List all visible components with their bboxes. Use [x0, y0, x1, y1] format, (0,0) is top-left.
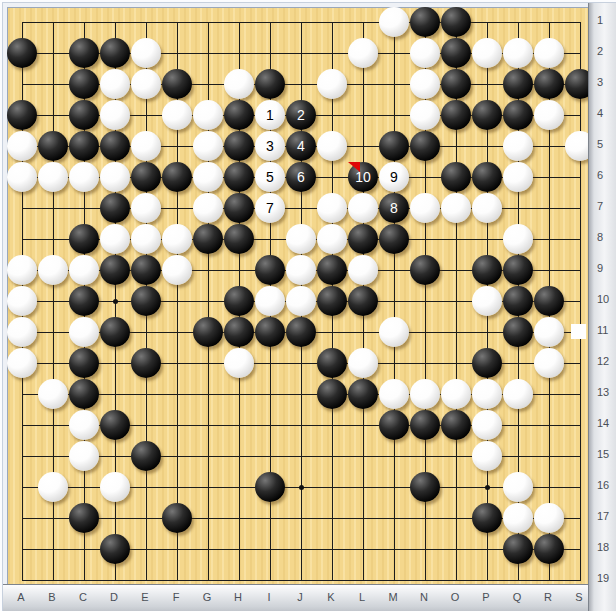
stone-black[interactable] [410, 7, 440, 37]
row-label: 15 [597, 448, 616, 462]
stone-black[interactable] [69, 69, 99, 99]
stone-black[interactable] [441, 100, 471, 130]
stone-black[interactable] [69, 224, 99, 254]
row-label: 7 [597, 200, 616, 214]
stone-white[interactable] [410, 100, 440, 130]
stone-white[interactable] [472, 410, 502, 440]
stone-white[interactable] [534, 317, 564, 347]
move-number-label: 2 [297, 108, 305, 122]
stone-white[interactable] [69, 317, 99, 347]
stone-black[interactable] [534, 69, 564, 99]
stone-black[interactable] [69, 503, 99, 533]
stone-black[interactable]: 4 [286, 131, 316, 161]
stone-black[interactable] [472, 503, 502, 533]
stone-white[interactable] [162, 100, 192, 130]
stone-white[interactable] [472, 441, 502, 471]
column-label: P [476, 591, 496, 603]
stone-white[interactable]: 9 [379, 162, 409, 192]
stone-black[interactable] [410, 410, 440, 440]
stone-black[interactable] [410, 255, 440, 285]
white-square-marker [571, 324, 586, 339]
last-move-triangle-marker [348, 162, 360, 172]
column-label: C [73, 591, 93, 603]
stone-black[interactable] [410, 131, 440, 161]
stone-white[interactable] [7, 317, 37, 347]
stone-white[interactable] [7, 131, 37, 161]
stone-white[interactable] [379, 379, 409, 409]
stone-black[interactable] [193, 224, 223, 254]
stone-black[interactable] [69, 348, 99, 378]
row-label: 4 [597, 107, 616, 121]
stone-black[interactable] [441, 7, 471, 37]
move-number-label: 8 [390, 201, 398, 215]
stone-white[interactable] [410, 69, 440, 99]
stone-black[interactable] [131, 255, 161, 285]
row-label: 13 [597, 386, 616, 400]
row-label: 6 [597, 169, 616, 183]
stone-white[interactable] [162, 224, 192, 254]
grid-line-vertical [580, 22, 581, 581]
stone-black[interactable] [286, 317, 316, 347]
row-label: 16 [597, 479, 616, 493]
stone-black[interactable] [131, 348, 161, 378]
stone-black[interactable] [131, 286, 161, 316]
stone-black[interactable] [255, 472, 285, 502]
move-number-label: 3 [266, 139, 274, 153]
stone-white[interactable] [100, 162, 130, 192]
stone-black[interactable] [441, 69, 471, 99]
row-label: 5 [597, 138, 616, 152]
stone-black[interactable]: 2 [286, 100, 316, 130]
stone-white[interactable] [7, 348, 37, 378]
stone-black[interactable] [503, 69, 533, 99]
stone-white[interactable] [317, 131, 347, 161]
stone-white[interactable] [534, 38, 564, 68]
row-label: 14 [597, 417, 616, 431]
stone-white[interactable] [193, 162, 223, 192]
stone-black[interactable] [317, 348, 347, 378]
row-label: 1 [597, 14, 616, 28]
stone-white[interactable] [534, 503, 564, 533]
row-label: 2 [597, 45, 616, 59]
stone-white[interactable] [100, 224, 130, 254]
goban[interactable]: 12345610978 [7, 7, 589, 585]
column-label: H [228, 591, 248, 603]
stone-black[interactable] [162, 69, 192, 99]
stone-white[interactable] [38, 379, 68, 409]
stone-white[interactable] [503, 131, 533, 161]
stone-white[interactable] [503, 503, 533, 533]
column-label: I [259, 591, 279, 603]
stone-white[interactable] [317, 224, 347, 254]
column-label: G [197, 591, 217, 603]
stone-white[interactable] [131, 224, 161, 254]
row-label: 9 [597, 262, 616, 276]
stone-black[interactable] [503, 255, 533, 285]
stone-white[interactable] [224, 348, 254, 378]
stone-black[interactable] [503, 286, 533, 316]
stone-black[interactable] [224, 317, 254, 347]
stone-white[interactable] [503, 379, 533, 409]
stone-white[interactable]: 3 [255, 131, 285, 161]
move-number-label: 9 [390, 170, 398, 184]
stone-white[interactable] [348, 255, 378, 285]
stone-white[interactable] [131, 131, 161, 161]
stone-white[interactable] [441, 193, 471, 223]
column-label: R [538, 591, 558, 603]
stone-white[interactable]: 1 [255, 100, 285, 130]
grid-line-vertical [394, 22, 395, 581]
stone-black[interactable] [379, 224, 409, 254]
star-point [485, 485, 490, 490]
stone-white[interactable] [224, 69, 254, 99]
stone-black[interactable]: 8 [379, 193, 409, 223]
row-label: 18 [597, 541, 616, 555]
stone-black[interactable] [472, 348, 502, 378]
stone-black[interactable] [38, 131, 68, 161]
grid-line-horizontal [22, 580, 581, 581]
stone-black[interactable] [69, 100, 99, 130]
move-number-label: 7 [266, 201, 274, 215]
stone-black[interactable] [503, 534, 533, 564]
stone-black[interactable] [224, 286, 254, 316]
stone-white[interactable] [410, 193, 440, 223]
stone-white[interactable] [100, 100, 130, 130]
stone-white[interactable] [472, 38, 502, 68]
stone-black[interactable] [441, 410, 471, 440]
stone-black[interactable] [317, 255, 347, 285]
row-label: 8 [597, 231, 616, 245]
stone-white[interactable] [286, 255, 316, 285]
stone-white[interactable] [503, 38, 533, 68]
stone-white[interactable] [38, 255, 68, 285]
move-number-label: 10 [355, 170, 371, 184]
row-coordinates-strip: 12345678910111213141516171819 [588, 0, 616, 611]
stone-black[interactable] [348, 379, 378, 409]
stone-white[interactable] [69, 255, 99, 285]
stone-black[interactable] [441, 162, 471, 192]
stone-white[interactable] [69, 441, 99, 471]
stone-white[interactable] [472, 379, 502, 409]
stone-black[interactable] [7, 100, 37, 130]
column-coordinates-strip: ABCDEFGHIJKLMNOPQRS [0, 584, 588, 611]
stone-white[interactable] [441, 379, 471, 409]
stone-white[interactable] [472, 286, 502, 316]
stone-black[interactable] [131, 162, 161, 192]
row-label: 17 [597, 510, 616, 524]
stone-white[interactable] [379, 7, 409, 37]
stone-black[interactable] [69, 38, 99, 68]
stone-white[interactable] [410, 38, 440, 68]
stone-white[interactable] [534, 100, 564, 130]
stone-black[interactable] [69, 379, 99, 409]
stone-black[interactable] [472, 100, 502, 130]
stone-black[interactable] [317, 379, 347, 409]
star-point [299, 485, 304, 490]
stone-white[interactable] [131, 38, 161, 68]
stone-black[interactable] [224, 224, 254, 254]
stone-black[interactable] [317, 286, 347, 316]
stone-black[interactable] [7, 38, 37, 68]
row-label: 3 [597, 76, 616, 90]
column-label: A [11, 591, 31, 603]
stone-black[interactable] [255, 317, 285, 347]
row-label: 19 [597, 572, 616, 586]
stone-black[interactable] [534, 286, 564, 316]
stone-black[interactable] [193, 317, 223, 347]
stone-black[interactable] [100, 193, 130, 223]
stone-black[interactable] [162, 503, 192, 533]
column-label: M [383, 591, 403, 603]
stone-black[interactable] [162, 162, 192, 192]
stone-white[interactable] [7, 286, 37, 316]
stone-black[interactable] [534, 534, 564, 564]
stone-black[interactable] [100, 317, 130, 347]
stone-white[interactable] [7, 255, 37, 285]
column-label: O [445, 591, 465, 603]
column-label: E [135, 591, 155, 603]
stone-black[interactable] [503, 100, 533, 130]
stone-white[interactable] [534, 348, 564, 378]
stone-white[interactable]: 7 [255, 193, 285, 223]
stone-white[interactable] [38, 162, 68, 192]
column-label: K [321, 591, 341, 603]
stone-black[interactable]: 6 [286, 162, 316, 192]
stone-white[interactable] [286, 286, 316, 316]
stone-black[interactable] [100, 410, 130, 440]
stone-black[interactable] [255, 255, 285, 285]
stone-white[interactable] [193, 193, 223, 223]
stone-white[interactable] [131, 193, 161, 223]
stone-black[interactable] [503, 317, 533, 347]
stone-black[interactable] [224, 162, 254, 192]
stone-black[interactable] [348, 224, 378, 254]
stone-black[interactable] [472, 255, 502, 285]
stone-white[interactable] [193, 100, 223, 130]
move-number-label: 6 [297, 170, 305, 184]
move-number-label: 4 [297, 139, 305, 153]
stone-white[interactable] [503, 162, 533, 192]
stone-white[interactable] [162, 255, 192, 285]
stone-black[interactable] [69, 286, 99, 316]
stone-black[interactable] [100, 255, 130, 285]
stone-white[interactable] [69, 410, 99, 440]
star-point [113, 299, 118, 304]
stone-white[interactable] [348, 38, 378, 68]
stone-white[interactable] [410, 379, 440, 409]
stone-black[interactable] [255, 69, 285, 99]
stone-black[interactable] [224, 131, 254, 161]
column-label: S [569, 591, 589, 603]
column-label: F [166, 591, 186, 603]
move-number-label: 5 [266, 170, 274, 184]
stone-black[interactable] [100, 534, 130, 564]
move-number-label: 1 [266, 108, 274, 122]
stone-white[interactable] [286, 224, 316, 254]
stone-black[interactable] [472, 162, 502, 192]
row-label: 11 [597, 324, 616, 338]
stone-white[interactable]: 5 [255, 162, 285, 192]
stone-white[interactable] [69, 162, 99, 192]
stone-black[interactable] [379, 410, 409, 440]
column-label: J [290, 591, 310, 603]
go-board-app: 12345610978 ABCDEFGHIJKLMNOPQRS 12345678… [0, 0, 616, 611]
stone-white[interactable] [317, 69, 347, 99]
stone-black[interactable] [410, 472, 440, 502]
column-label: B [42, 591, 62, 603]
stone-white[interactable] [131, 69, 161, 99]
stone-white[interactable] [38, 472, 68, 502]
column-label: N [414, 591, 434, 603]
stone-white[interactable] [7, 162, 37, 192]
stone-white[interactable] [472, 193, 502, 223]
stone-black[interactable] [441, 38, 471, 68]
stone-white[interactable] [100, 472, 130, 502]
stone-white[interactable] [503, 472, 533, 502]
stone-white[interactable] [193, 131, 223, 161]
stone-white[interactable] [348, 193, 378, 223]
stone-black[interactable] [100, 131, 130, 161]
stone-white[interactable] [255, 286, 285, 316]
stone-white[interactable] [100, 69, 130, 99]
stone-white[interactable] [503, 224, 533, 254]
stone-black[interactable] [348, 286, 378, 316]
stone-black[interactable] [224, 100, 254, 130]
column-label: L [352, 591, 372, 603]
stone-black[interactable] [100, 38, 130, 68]
stone-white[interactable] [379, 317, 409, 347]
stone-white[interactable] [317, 193, 347, 223]
column-label: D [104, 591, 124, 603]
stone-black[interactable] [69, 131, 99, 161]
stone-black[interactable] [224, 193, 254, 223]
stone-white[interactable] [348, 348, 378, 378]
stone-black[interactable] [131, 441, 161, 471]
row-label: 12 [597, 355, 616, 369]
row-label: 10 [597, 293, 616, 307]
stone-black[interactable] [379, 131, 409, 161]
column-label: Q [507, 591, 527, 603]
